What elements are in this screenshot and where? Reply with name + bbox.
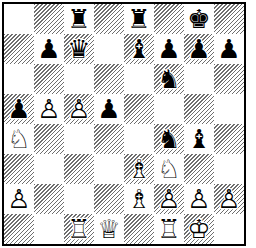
white-pawn-glyph: ♙	[4, 184, 34, 214]
black-pawn-glyph: ♟	[34, 34, 64, 64]
black-pawn-h7: ♟♟	[214, 34, 244, 64]
black-pawn-fill: ♟	[154, 34, 184, 64]
square-a5[interactable]: ♟♟	[4, 94, 34, 124]
black-king-fill: ♚	[184, 4, 214, 34]
square-a3[interactable]	[4, 154, 34, 184]
black-bishop-e7: ♝♝	[124, 34, 154, 64]
black-rook-glyph: ♜	[64, 4, 94, 34]
black-rook-c8: ♜♜	[64, 4, 94, 34]
square-b8[interactable]	[34, 4, 64, 34]
black-pawn-a5: ♟♟	[4, 94, 34, 124]
white-knight-glyph: ♘	[4, 124, 34, 154]
square-f7[interactable]: ♟♟	[154, 34, 184, 64]
square-b6[interactable]	[34, 64, 64, 94]
white-pawn-fill: ♟	[154, 184, 184, 214]
square-g5[interactable]	[184, 94, 214, 124]
black-knight-f6: ♞♞	[154, 64, 184, 94]
white-king-fill: ♚	[184, 214, 214, 244]
square-h3[interactable]	[214, 154, 244, 184]
white-king-g1: ♚♔	[184, 214, 214, 244]
square-c3[interactable]	[64, 154, 94, 184]
square-c8[interactable]: ♜♜	[64, 4, 94, 34]
square-d2[interactable]	[94, 184, 124, 214]
white-pawn-b5: ♟♙	[34, 94, 64, 124]
black-king-glyph: ♚	[184, 4, 214, 34]
square-d8[interactable]	[94, 4, 124, 34]
black-pawn-fill: ♟	[34, 34, 64, 64]
black-pawn-glyph: ♟	[154, 34, 184, 64]
white-knight-f3: ♞♘	[154, 154, 184, 184]
square-e3[interactable]: ♝♗	[124, 154, 154, 184]
square-b3[interactable]	[34, 154, 64, 184]
square-a1[interactable]	[4, 214, 34, 244]
square-g6[interactable]	[184, 64, 214, 94]
black-pawn-b7: ♟♟	[34, 34, 64, 64]
white-pawn-fill: ♟	[64, 94, 94, 124]
black-bishop-glyph: ♝	[184, 124, 214, 154]
square-g8[interactable]: ♚♚	[184, 4, 214, 34]
black-king-g8: ♚♚	[184, 4, 214, 34]
white-pawn-a2: ♟♙	[4, 184, 34, 214]
square-h4[interactable]	[214, 124, 244, 154]
black-queen-glyph: ♛	[64, 34, 94, 64]
white-knight-glyph: ♘	[154, 154, 184, 184]
square-d6[interactable]	[94, 64, 124, 94]
square-f1[interactable]: ♜♖	[154, 214, 184, 244]
square-f6[interactable]: ♞♞	[154, 64, 184, 94]
black-bishop-g4: ♝♝	[184, 124, 214, 154]
white-rook-glyph: ♖	[154, 214, 184, 244]
square-f4[interactable]: ♞♞	[154, 124, 184, 154]
black-rook-glyph: ♜	[124, 4, 154, 34]
square-d5[interactable]: ♟♟	[94, 94, 124, 124]
black-pawn-f7: ♟♟	[154, 34, 184, 64]
black-pawn-g7: ♟♟	[184, 34, 214, 64]
square-e2[interactable]: ♝♗	[124, 184, 154, 214]
black-queen-c7: ♛♛	[64, 34, 94, 64]
square-f5[interactable]	[154, 94, 184, 124]
square-f2[interactable]: ♟♙	[154, 184, 184, 214]
board-frame: ♜♜♜♜♚♚♟♟♛♛♝♝♟♟♟♟♟♟♞♞♟♟♟♙♟♙♟♟♞♘♞♞♝♝♝♗♞♘♟♙…	[2, 2, 246, 246]
square-a8[interactable]	[4, 4, 34, 34]
black-queen-fill: ♛	[64, 34, 94, 64]
white-king-glyph: ♔	[184, 214, 214, 244]
square-c7[interactable]: ♛♛	[64, 34, 94, 64]
white-queen-glyph: ♕	[94, 214, 124, 244]
square-c6[interactable]	[64, 64, 94, 94]
white-pawn-fill: ♟	[4, 184, 34, 214]
white-rook-glyph: ♖	[64, 214, 94, 244]
black-knight-glyph: ♞	[154, 64, 184, 94]
chess-board: ♜♜♜♜♚♚♟♟♛♛♝♝♟♟♟♟♟♟♞♞♟♟♟♙♟♙♟♟♞♘♞♞♝♝♝♗♞♘♟♙…	[4, 4, 244, 244]
black-rook-fill: ♜	[124, 4, 154, 34]
square-c5[interactable]: ♟♙	[64, 94, 94, 124]
white-pawn-glyph: ♙	[184, 184, 214, 214]
square-g1[interactable]: ♚♔	[184, 214, 214, 244]
square-e6[interactable]	[124, 64, 154, 94]
white-bishop-glyph: ♗	[124, 184, 154, 214]
square-h8[interactable]	[214, 4, 244, 34]
square-b2[interactable]	[34, 184, 64, 214]
square-d3[interactable]	[94, 154, 124, 184]
square-e8[interactable]: ♜♜	[124, 4, 154, 34]
white-rook-fill: ♜	[64, 214, 94, 244]
black-pawn-glyph: ♟	[214, 34, 244, 64]
square-h2[interactable]: ♟♙	[214, 184, 244, 214]
white-pawn-f2: ♟♙	[154, 184, 184, 214]
white-rook-f1: ♜♖	[154, 214, 184, 244]
black-bishop-fill: ♝	[124, 34, 154, 64]
square-c4[interactable]	[64, 124, 94, 154]
white-pawn-fill: ♟	[34, 94, 64, 124]
black-pawn-fill: ♟	[94, 94, 124, 124]
square-h1[interactable]	[214, 214, 244, 244]
black-knight-glyph: ♞	[154, 124, 184, 154]
square-h6[interactable]	[214, 64, 244, 94]
white-bishop-glyph: ♗	[124, 154, 154, 184]
square-d7[interactable]	[94, 34, 124, 64]
black-pawn-glyph: ♟	[184, 34, 214, 64]
black-pawn-glyph: ♟	[94, 94, 124, 124]
black-rook-e8: ♜♜	[124, 4, 154, 34]
white-pawn-fill: ♟	[184, 184, 214, 214]
square-a7[interactable]	[4, 34, 34, 64]
white-pawn-h2: ♟♙	[214, 184, 244, 214]
square-c1[interactable]: ♜♖	[64, 214, 94, 244]
black-pawn-fill: ♟	[214, 34, 244, 64]
square-d1[interactable]: ♛♕	[94, 214, 124, 244]
square-b7[interactable]: ♟♟	[34, 34, 64, 64]
white-rook-c1: ♜♖	[64, 214, 94, 244]
square-b5[interactable]: ♟♙	[34, 94, 64, 124]
square-a6[interactable]	[4, 64, 34, 94]
black-knight-f4: ♞♞	[154, 124, 184, 154]
white-queen-d1: ♛♕	[94, 214, 124, 244]
black-bishop-glyph: ♝	[124, 34, 154, 64]
square-f8[interactable]	[154, 4, 184, 34]
black-knight-fill: ♞	[154, 124, 184, 154]
square-g4[interactable]: ♝♝	[184, 124, 214, 154]
square-h5[interactable]	[214, 94, 244, 124]
white-bishop-e2: ♝♗	[124, 184, 154, 214]
square-c2[interactable]	[64, 184, 94, 214]
square-g2[interactable]: ♟♙	[184, 184, 214, 214]
black-knight-fill: ♞	[154, 64, 184, 94]
white-pawn-g2: ♟♙	[184, 184, 214, 214]
black-pawn-d5: ♟♟	[94, 94, 124, 124]
square-e5[interactable]	[124, 94, 154, 124]
black-bishop-fill: ♝	[184, 124, 214, 154]
chess-diagram: ♜♜♜♜♚♚♟♟♛♛♝♝♟♟♟♟♟♟♞♞♟♟♟♙♟♙♟♟♞♘♞♞♝♝♝♗♞♘♟♙…	[0, 0, 256, 248]
square-g7[interactable]: ♟♟	[184, 34, 214, 64]
square-f3[interactable]: ♞♘	[154, 154, 184, 184]
square-e7[interactable]: ♝♝	[124, 34, 154, 64]
white-bishop-fill: ♝	[124, 154, 154, 184]
white-knight-fill: ♞	[4, 124, 34, 154]
square-g3[interactable]	[184, 154, 214, 184]
white-pawn-fill: ♟	[214, 184, 244, 214]
white-queen-fill: ♛	[94, 214, 124, 244]
square-h7[interactable]: ♟♟	[214, 34, 244, 64]
white-pawn-glyph: ♙	[154, 184, 184, 214]
black-pawn-fill: ♟	[184, 34, 214, 64]
square-e1[interactable]	[124, 214, 154, 244]
square-b1[interactable]	[34, 214, 64, 244]
black-rook-fill: ♜	[64, 4, 94, 34]
black-pawn-glyph: ♟	[4, 94, 34, 124]
square-a2[interactable]: ♟♙	[4, 184, 34, 214]
white-bishop-e3: ♝♗	[124, 154, 154, 184]
square-a4[interactable]: ♞♘	[4, 124, 34, 154]
black-pawn-fill: ♟	[4, 94, 34, 124]
square-d4[interactable]	[94, 124, 124, 154]
white-pawn-glyph: ♙	[34, 94, 64, 124]
white-knight-a4: ♞♘	[4, 124, 34, 154]
white-rook-fill: ♜	[154, 214, 184, 244]
white-pawn-c5: ♟♙	[64, 94, 94, 124]
square-b4[interactable]	[34, 124, 64, 154]
white-bishop-fill: ♝	[124, 184, 154, 214]
white-knight-fill: ♞	[154, 154, 184, 184]
white-pawn-glyph: ♙	[64, 94, 94, 124]
square-e4[interactable]	[124, 124, 154, 154]
white-pawn-glyph: ♙	[214, 184, 244, 214]
